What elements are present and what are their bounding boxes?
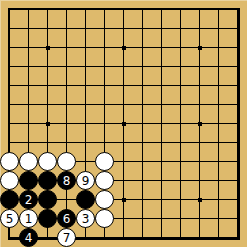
intersection[interactable]: [133, 95, 152, 114]
intersection[interactable]: 8: [57, 171, 76, 190]
stone-white: [57, 152, 76, 171]
stone-white: [0, 171, 19, 190]
intersection[interactable]: [76, 0, 95, 19]
intersection[interactable]: [95, 152, 114, 171]
move-number-label: 2: [25, 194, 33, 206]
stone-white: [38, 152, 57, 171]
intersection[interactable]: [228, 57, 247, 76]
intersection[interactable]: [171, 209, 190, 228]
intersection[interactable]: [95, 19, 114, 38]
intersection[interactable]: [95, 38, 114, 57]
intersection[interactable]: [95, 171, 114, 190]
intersection[interactable]: [190, 95, 209, 114]
intersection[interactable]: [171, 190, 190, 209]
intersection[interactable]: 6: [57, 209, 76, 228]
intersection[interactable]: [209, 209, 228, 228]
intersection[interactable]: [133, 76, 152, 95]
move-number-label: 9: [82, 175, 90, 187]
intersection[interactable]: [38, 57, 57, 76]
intersection[interactable]: [133, 171, 152, 190]
stone-black: 4: [19, 228, 38, 247]
stone-white: 1: [19, 209, 38, 228]
intersection[interactable]: [152, 190, 171, 209]
intersection[interactable]: [38, 114, 57, 133]
intersection[interactable]: [190, 114, 209, 133]
intersection[interactable]: [209, 190, 228, 209]
intersection[interactable]: [95, 0, 114, 19]
intersection[interactable]: [228, 209, 247, 228]
intersection[interactable]: [114, 95, 133, 114]
intersection[interactable]: [19, 38, 38, 57]
intersection[interactable]: [171, 57, 190, 76]
stone-white: 7: [57, 228, 76, 247]
stone-white: 9: [76, 171, 95, 190]
intersection[interactable]: [95, 57, 114, 76]
intersection[interactable]: [0, 190, 19, 209]
intersection[interactable]: [57, 76, 76, 95]
stone-white: 5: [0, 209, 19, 228]
move-number-label: 7: [63, 232, 71, 244]
intersection[interactable]: [114, 171, 133, 190]
intersection[interactable]: [152, 114, 171, 133]
intersection[interactable]: [114, 76, 133, 95]
intersection[interactable]: [133, 209, 152, 228]
intersection[interactable]: [209, 76, 228, 95]
intersection[interactable]: [76, 57, 95, 76]
intersection[interactable]: [19, 152, 38, 171]
intersection[interactable]: [76, 38, 95, 57]
intersection[interactable]: [171, 19, 190, 38]
intersection[interactable]: [0, 19, 19, 38]
move-number-label: 6: [63, 213, 71, 225]
intersection[interactable]: [0, 57, 19, 76]
intersection[interactable]: [0, 152, 19, 171]
intersection[interactable]: [190, 152, 209, 171]
stone-black: [19, 171, 38, 190]
intersection[interactable]: [95, 95, 114, 114]
intersection[interactable]: [190, 133, 209, 152]
intersection[interactable]: [38, 76, 57, 95]
intersection[interactable]: [19, 19, 38, 38]
go-board-diagram: 892516347: [0, 0, 247, 247]
intersection[interactable]: [171, 171, 190, 190]
intersection[interactable]: [152, 0, 171, 19]
intersection[interactable]: [152, 152, 171, 171]
stone-black: 6: [57, 209, 76, 228]
intersection[interactable]: [171, 76, 190, 95]
intersection[interactable]: [95, 114, 114, 133]
intersection[interactable]: [190, 19, 209, 38]
intersection[interactable]: [38, 38, 57, 57]
intersection[interactable]: [171, 95, 190, 114]
intersection[interactable]: [152, 133, 171, 152]
intersection[interactable]: [38, 152, 57, 171]
intersection[interactable]: [171, 38, 190, 57]
intersection[interactable]: 3: [76, 209, 95, 228]
intersection[interactable]: [228, 95, 247, 114]
intersection[interactable]: [57, 152, 76, 171]
intersection[interactable]: [57, 38, 76, 57]
intersection[interactable]: [209, 171, 228, 190]
stone-white: [0, 152, 19, 171]
intersection[interactable]: [228, 0, 247, 19]
intersection[interactable]: [228, 19, 247, 38]
intersection[interactable]: [76, 76, 95, 95]
intersection[interactable]: [76, 114, 95, 133]
intersection[interactable]: [133, 133, 152, 152]
intersection[interactable]: [19, 76, 38, 95]
go-board: 892516347: [0, 0, 247, 247]
intersection[interactable]: [57, 133, 76, 152]
intersection[interactable]: [38, 228, 57, 247]
intersection[interactable]: [38, 95, 57, 114]
intersection[interactable]: [19, 114, 38, 133]
intersection[interactable]: [95, 190, 114, 209]
intersection[interactable]: [152, 171, 171, 190]
intersection[interactable]: [95, 133, 114, 152]
intersection[interactable]: 9: [76, 171, 95, 190]
intersection[interactable]: [114, 114, 133, 133]
move-number-label: 4: [25, 232, 33, 244]
intersection[interactable]: [190, 0, 209, 19]
intersection[interactable]: [95, 228, 114, 247]
intersection[interactable]: [76, 152, 95, 171]
intersection[interactable]: [209, 0, 228, 19]
intersection[interactable]: [19, 133, 38, 152]
stone-black: [0, 190, 19, 209]
intersection[interactable]: [152, 95, 171, 114]
stone-black: [76, 190, 95, 209]
intersection[interactable]: [0, 76, 19, 95]
stone-white: [95, 171, 114, 190]
intersection[interactable]: [0, 0, 19, 19]
intersection[interactable]: [0, 38, 19, 57]
intersection[interactable]: [0, 133, 19, 152]
stone-black: [38, 209, 57, 228]
intersection[interactable]: [114, 133, 133, 152]
intersection[interactable]: [209, 152, 228, 171]
intersection[interactable]: [133, 190, 152, 209]
stone-black: [38, 190, 57, 209]
intersection[interactable]: [38, 0, 57, 19]
intersection[interactable]: [0, 114, 19, 133]
stone-white: 3: [76, 209, 95, 228]
intersection[interactable]: [190, 171, 209, 190]
intersection[interactable]: [0, 228, 19, 247]
intersection[interactable]: 2: [19, 190, 38, 209]
intersection[interactable]: [38, 209, 57, 228]
stone-black: 2: [19, 190, 38, 209]
stone-white: [95, 152, 114, 171]
intersection[interactable]: [76, 190, 95, 209]
intersection[interactable]: [114, 190, 133, 209]
intersection[interactable]: [209, 57, 228, 76]
intersection[interactable]: [190, 57, 209, 76]
intersection[interactable]: [171, 0, 190, 19]
intersection[interactable]: [152, 76, 171, 95]
intersection[interactable]: [171, 133, 190, 152]
intersection[interactable]: [190, 228, 209, 247]
intersection[interactable]: [228, 76, 247, 95]
intersection[interactable]: [76, 228, 95, 247]
move-number-label: 3: [82, 213, 90, 225]
intersection[interactable]: [171, 228, 190, 247]
intersection[interactable]: [228, 228, 247, 247]
intersection[interactable]: [0, 95, 19, 114]
stone-white: [19, 152, 38, 171]
intersection[interactable]: [38, 190, 57, 209]
intersection[interactable]: [190, 76, 209, 95]
move-number-label: 1: [25, 213, 33, 225]
intersection[interactable]: [133, 152, 152, 171]
intersection[interactable]: [38, 133, 57, 152]
intersection[interactable]: [171, 114, 190, 133]
intersection[interactable]: [114, 209, 133, 228]
intersection[interactable]: [114, 19, 133, 38]
intersection[interactable]: [0, 171, 19, 190]
intersection[interactable]: [190, 190, 209, 209]
intersection[interactable]: [228, 171, 247, 190]
intersection[interactable]: [152, 19, 171, 38]
intersection[interactable]: [228, 114, 247, 133]
intersection[interactable]: [57, 19, 76, 38]
stone-white: [95, 209, 114, 228]
intersection[interactable]: [38, 171, 57, 190]
intersection[interactable]: [57, 57, 76, 76]
intersection[interactable]: [95, 76, 114, 95]
intersection[interactable]: [228, 38, 247, 57]
intersection[interactable]: [171, 152, 190, 171]
intersection[interactable]: [133, 228, 152, 247]
intersection[interactable]: [57, 190, 76, 209]
intersection[interactable]: [114, 152, 133, 171]
intersection[interactable]: [228, 152, 247, 171]
intersection[interactable]: [152, 228, 171, 247]
intersection[interactable]: [228, 190, 247, 209]
intersection[interactable]: [19, 0, 38, 19]
intersection[interactable]: [152, 57, 171, 76]
intersection[interactable]: [76, 133, 95, 152]
intersection[interactable]: 1: [19, 209, 38, 228]
intersection[interactable]: [133, 0, 152, 19]
intersection[interactable]: 5: [0, 209, 19, 228]
intersection[interactable]: [114, 57, 133, 76]
intersection[interactable]: [57, 0, 76, 19]
intersection[interactable]: [133, 38, 152, 57]
intersection[interactable]: [38, 19, 57, 38]
intersection[interactable]: [190, 38, 209, 57]
intersection[interactable]: [114, 38, 133, 57]
intersection[interactable]: [19, 95, 38, 114]
intersection[interactable]: [209, 114, 228, 133]
move-number-label: 8: [63, 175, 71, 187]
stone-black: [38, 171, 57, 190]
intersection[interactable]: [57, 95, 76, 114]
intersection[interactable]: [95, 209, 114, 228]
stone-black: 8: [57, 171, 76, 190]
intersection[interactable]: [76, 95, 95, 114]
stone-white: [95, 190, 114, 209]
intersection[interactable]: [76, 19, 95, 38]
intersection[interactable]: [57, 114, 76, 133]
intersection[interactable]: [209, 38, 228, 57]
intersection[interactable]: 7: [57, 228, 76, 247]
intersection[interactable]: [152, 209, 171, 228]
intersection[interactable]: [19, 171, 38, 190]
intersection[interactable]: [209, 228, 228, 247]
intersection[interactable]: [228, 133, 247, 152]
intersection[interactable]: [152, 38, 171, 57]
move-number-label: 5: [6, 213, 14, 225]
intersection[interactable]: [133, 57, 152, 76]
intersection[interactable]: [133, 19, 152, 38]
intersection[interactable]: 4: [19, 228, 38, 247]
intersection[interactable]: [209, 19, 228, 38]
intersection[interactable]: [209, 95, 228, 114]
intersection[interactable]: [114, 228, 133, 247]
intersection[interactable]: [133, 114, 152, 133]
intersection[interactable]: [190, 209, 209, 228]
intersection[interactable]: [114, 0, 133, 19]
intersection[interactable]: [209, 133, 228, 152]
intersection[interactable]: [19, 57, 38, 76]
